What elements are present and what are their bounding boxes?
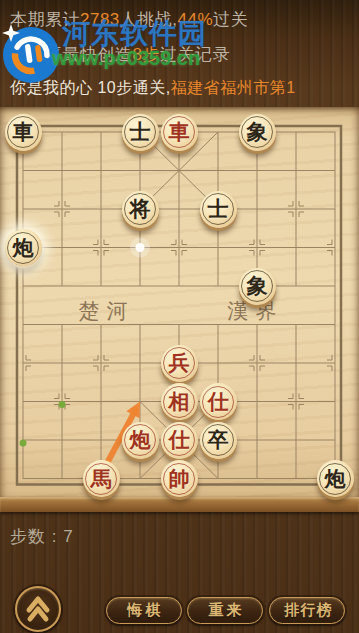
stats-text: 本期累计 — [10, 10, 80, 29]
piece-black-elephant[interactable]: 象 — [239, 268, 276, 305]
record-text: 过关记录 — [160, 45, 230, 64]
piece-black-cannon[interactable]: 炮 — [317, 460, 354, 497]
piece-label: 車 — [5, 114, 42, 151]
record-line: 赵根平最快创造8步过关记录 — [10, 43, 230, 66]
board-front-edge — [0, 497, 359, 512]
piece-label: 炮 — [317, 460, 354, 497]
piece-label: 象 — [239, 268, 276, 305]
stats-text: 人挑战, — [120, 10, 178, 29]
piece-label: 兵 — [161, 345, 198, 382]
piece-label: 相 — [161, 383, 198, 420]
winner-region: 福建省福州市第1 — [171, 79, 296, 96]
piece-label: 車 — [161, 114, 198, 151]
piece-red-cannon[interactable]: 炮 — [122, 422, 159, 459]
piece-label: 将 — [122, 191, 159, 228]
record-steps: 8步 — [133, 45, 160, 64]
piece-red-advisor[interactable]: 仕 — [200, 383, 237, 420]
piece-black-advisor[interactable]: 士 — [200, 191, 237, 228]
piece-black-cannon[interactable]: 炮 — [5, 229, 42, 266]
stats-count: 2783 — [80, 10, 120, 29]
piece-label: 馬 — [83, 460, 120, 497]
river-label-chu: 楚河 — [60, 297, 146, 325]
record-text: 赵根平最快创造 — [10, 45, 133, 64]
expand-button[interactable] — [15, 586, 61, 632]
piece-label: 炮 — [122, 422, 159, 459]
piece-label: 士 — [122, 114, 159, 151]
piece-red-elephant[interactable]: 相 — [161, 383, 198, 420]
stats-text: 过关 — [213, 10, 248, 29]
app-screen: 本期累计2783人挑战,44%过关 赵根平最快创造8步过关记录 你是我的心 10… — [0, 0, 359, 633]
piece-black-advisor[interactable]: 士 — [122, 114, 159, 151]
piece-red-advisor[interactable]: 仕 — [161, 422, 198, 459]
winner-text: 你是我的心 10步通关, — [10, 79, 171, 96]
piece-red-chariot[interactable]: 車 — [161, 114, 198, 151]
challenge-stats-line: 本期累计2783人挑战,44%过关 — [10, 8, 248, 31]
piece-black-chariot[interactable]: 車 — [5, 114, 42, 151]
leaderboard-button[interactable]: 排行榜 — [269, 597, 345, 624]
piece-black-soldier[interactable]: 卒 — [200, 422, 237, 459]
piece-label: 卒 — [200, 422, 237, 459]
step-counter-label: 步数 : — [10, 527, 63, 546]
step-counter-value: 7 — [63, 527, 73, 546]
restart-button[interactable]: 重来 — [187, 597, 263, 624]
step-counter: 步数 : 7 — [10, 525, 74, 548]
piece-label: 仕 — [161, 422, 198, 459]
xiangqi-board[interactable]: 楚河 漢界 車士車象将士炮象兵相仕炮仕卒馬帥炮 — [0, 107, 359, 497]
chevron-up-icon — [18, 588, 58, 628]
piece-label: 仕 — [200, 383, 237, 420]
stats-percent: 44% — [178, 10, 214, 29]
piece-label: 炮 — [5, 229, 42, 266]
piece-black-elephant[interactable]: 象 — [239, 114, 276, 151]
piece-black-general[interactable]: 将 — [122, 191, 159, 228]
piece-label: 象 — [239, 114, 276, 151]
piece-red-soldier[interactable]: 兵 — [161, 345, 198, 382]
piece-label: 士 — [200, 191, 237, 228]
winner-line: 你是我的心 10步通关,福建省福州市第1 — [10, 78, 296, 99]
piece-label: 帥 — [161, 460, 198, 497]
piece-red-general[interactable]: 帥 — [161, 460, 198, 497]
piece-red-horse[interactable]: 馬 — [83, 460, 120, 497]
undo-button[interactable]: 悔棋 — [106, 597, 182, 624]
